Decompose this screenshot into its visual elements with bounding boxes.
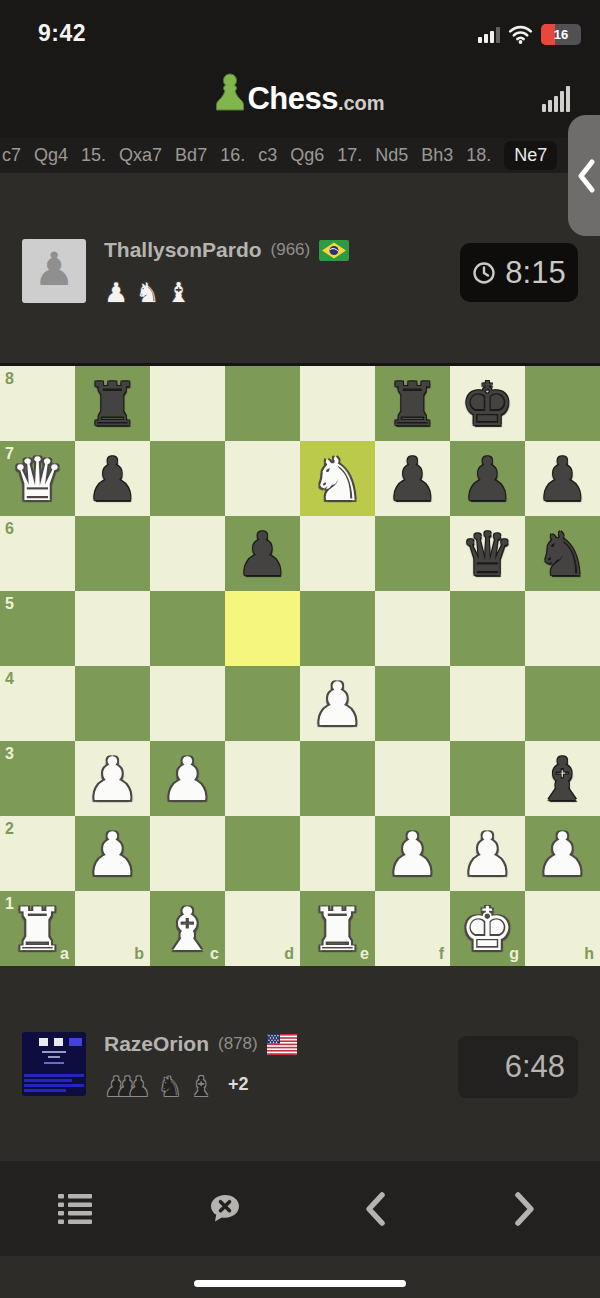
bottom-captured-pieces: ♟♟♟♞♝+2 [104,1068,249,1100]
white-pawn[interactable]: ♟ [75,816,150,891]
move-token[interactable]: 17. [337,145,362,166]
square-h4[interactable] [525,666,600,741]
top-player-name-row[interactable]: ThallysonPardo (966) [104,238,349,262]
previous-move-button[interactable] [300,1161,450,1256]
square-a8[interactable]: 8 [0,366,75,441]
captured-bishop-icon: ♝ [166,279,190,306]
move-token[interactable]: c7 [2,145,21,166]
forward-icon [513,1191,537,1227]
square-b3[interactable]: ♟ [75,741,150,816]
captured-knight-icon: ♞ [158,1073,182,1100]
brazil-flag [319,240,349,261]
move-list-button[interactable] [0,1161,150,1256]
move-list: c7Qg415.Qxa7Bd716.c3Qg617.Nd5Bh318.Ne7 [0,138,600,173]
captured-bishop-icon: ♝ [189,1073,213,1100]
logo-text-chess: Chess [247,83,338,114]
square-f3[interactable] [375,741,450,816]
square-e8[interactable] [300,366,375,441]
square-g4[interactable] [450,666,525,741]
side-panel-handle[interactable] [568,115,600,236]
chess-board[interactable]: 8♜♜♚7♛♟♞♟♟♟6♟♛♞54♟3♟♟♝2♟♟♟♟1a♜bc♝de♜fg♚h [0,366,600,966]
square-e2[interactable] [300,816,375,891]
back-icon [363,1191,387,1227]
square-g2[interactable]: ♟ [450,816,525,891]
status-time: 9:42 [38,20,86,47]
chesscom-logo: Chess .com [0,72,600,114]
bottom-clock-time: 6:48 [505,1049,565,1085]
white-rook[interactable]: ♜ [0,891,75,966]
square-h5[interactable] [525,591,600,666]
file-label-b: b [134,946,144,962]
square-b6[interactable] [75,516,150,591]
top-player-name: ThallysonPardo [104,238,262,262]
square-g3[interactable] [450,741,525,816]
file-label-f: f [439,946,444,962]
top-header-background [0,0,600,138]
white-pawn[interactable]: ♟ [450,816,525,891]
black-king[interactable]: ♚ [450,366,525,441]
square-a2[interactable]: 2 [0,816,75,891]
move-token[interactable]: Qg6 [290,145,324,166]
top-player-clock: 8:15 [460,243,578,302]
square-h2[interactable]: ♟ [525,816,600,891]
square-a4[interactable]: 4 [0,666,75,741]
square-b7[interactable]: ♟ [75,441,150,516]
rank-label-3: 3 [5,746,14,762]
chevron-left-icon [575,159,597,193]
square-a7[interactable]: 7♛ [0,441,75,516]
black-rook[interactable]: ♜ [75,366,150,441]
square-c3[interactable]: ♟ [150,741,225,816]
square-a3[interactable]: 3 [0,741,75,816]
square-e7[interactable]: ♞ [300,441,375,516]
captured-pawn-icon: ♟ [104,279,128,306]
square-h1[interactable]: h [525,891,600,966]
black-pawn[interactable]: ♟ [225,516,300,591]
white-knight[interactable]: ♞ [300,441,375,516]
square-b1[interactable]: b [75,891,150,966]
battery-icon: 16 [541,24,578,45]
square-f7[interactable]: ♟ [375,441,450,516]
home-indicator-area [0,1256,600,1298]
home-indicator[interactable] [194,1280,406,1287]
move-token[interactable]: 16. [220,145,245,166]
file-label-d: d [284,946,294,962]
top-player-rating: (966) [271,240,311,260]
black-pawn[interactable]: ♟ [450,441,525,516]
square-f2[interactable]: ♟ [375,816,450,891]
battery-percent: 16 [541,24,581,45]
black-rook[interactable]: ♜ [375,366,450,441]
top-clock-time: 8:15 [505,255,565,291]
clock-icon [472,261,496,285]
black-queen[interactable]: ♛ [450,516,525,591]
square-h7[interactable]: ♟ [525,441,600,516]
board-container: 8♜♜♚7♛♟♞♟♟♟6♟♛♞54♟3♟♟♝2♟♟♟♟1a♜bc♝de♜fg♚h [0,363,600,966]
rank-label-5: 5 [5,596,14,612]
avatar-pawn-icon: ♟ [33,246,74,292]
square-g6[interactable]: ♛ [450,516,525,591]
square-d8[interactable] [225,366,300,441]
square-d1[interactable]: d [225,891,300,966]
chat-button[interactable] [150,1161,300,1256]
rank-label-6: 6 [5,521,14,537]
square-d5[interactable] [225,591,300,666]
rank-label-2: 2 [5,821,14,837]
square-f5[interactable] [375,591,450,666]
white-pawn[interactable]: ♟ [300,666,375,741]
black-pawn[interactable]: ♟ [375,441,450,516]
white-bishop[interactable]: ♝ [150,891,225,966]
move-token[interactable]: Qxa7 [119,145,162,166]
square-h8[interactable] [525,366,600,441]
square-g8[interactable]: ♚ [450,366,525,441]
material-advantage: +2 [228,1074,249,1095]
connection-strength-icon [542,86,570,112]
square-e3[interactable] [300,741,375,816]
square-a5[interactable]: 5 [0,591,75,666]
move-token[interactable]: Qg4 [34,145,68,166]
square-f1[interactable]: f [375,891,450,966]
square-c7[interactable] [150,441,225,516]
white-pawn[interactable]: ♟ [375,816,450,891]
white-pawn[interactable]: ♟ [150,741,225,816]
move-list-icon [58,1193,92,1225]
square-e5[interactable] [300,591,375,666]
white-queen[interactable]: ♛ [0,441,75,516]
square-a1[interactable]: 1a♜ [0,891,75,966]
bottom-player-clock: 6:48 [458,1036,578,1098]
square-g5[interactable] [450,591,525,666]
chat-disabled-icon [209,1193,241,1225]
move-token[interactable]: 18. [466,145,491,166]
bottom-nav-bar [0,1161,600,1256]
white-king[interactable]: ♚ [450,891,525,966]
captured-pawn-icon: ♟ [126,1073,150,1100]
file-label-h: h [584,946,594,962]
bottom-player-name-row[interactable]: RazeOrion (878) [104,1032,297,1056]
logo-text-com: .com [338,92,385,114]
captured-knight-icon: ♞ [135,279,159,306]
green-pawn-logo-icon [215,72,245,114]
black-pawn[interactable]: ♟ [75,441,150,516]
black-pawn[interactable]: ♟ [525,441,600,516]
move-token[interactable]: 15. [81,145,106,166]
wifi-icon [508,25,533,44]
black-knight[interactable]: ♞ [525,516,600,591]
status-icons: 16 [478,24,578,45]
square-c6[interactable] [150,516,225,591]
square-b5[interactable] [75,591,150,666]
square-c4[interactable] [150,666,225,741]
square-d2[interactable] [225,816,300,891]
current-move[interactable]: Ne7 [504,141,557,170]
rank-label-8: 8 [5,371,14,387]
square-e1[interactable]: e♜ [300,891,375,966]
white-rook[interactable]: ♜ [300,891,375,966]
move-token[interactable]: c3 [258,145,277,166]
cellular-signal-icon [478,27,500,43]
black-bishop[interactable]: ♝ [525,741,600,816]
square-b8[interactable]: ♜ [75,366,150,441]
square-f4[interactable] [375,666,450,741]
square-b2[interactable]: ♟ [75,816,150,891]
usa-flag [267,1034,297,1055]
move-token[interactable]: Nd5 [375,145,408,166]
square-c1[interactable]: c♝ [150,891,225,966]
square-c2[interactable] [150,816,225,891]
bottom-player-name: RazeOrion [104,1032,209,1056]
square-f8[interactable]: ♜ [375,366,450,441]
move-token[interactable]: Bh3 [421,145,453,166]
square-h6[interactable]: ♞ [525,516,600,591]
square-e4[interactable]: ♟ [300,666,375,741]
top-captured-pieces: ♟♞♝ [104,274,198,306]
square-d6[interactable]: ♟ [225,516,300,591]
white-pawn[interactable]: ♟ [75,741,150,816]
square-h3[interactable]: ♝ [525,741,600,816]
white-pawn[interactable]: ♟ [525,816,600,891]
square-e6[interactable] [300,516,375,591]
square-d4[interactable] [225,666,300,741]
square-c5[interactable] [150,591,225,666]
square-c8[interactable] [150,366,225,441]
chess-app-screen: 9:42 16 Chess .com c7Qg415.Qxa7Bd716.c3Q… [0,0,600,1298]
top-player-avatar[interactable]: ♟ [22,239,86,303]
bottom-player-rating: (878) [218,1034,258,1054]
move-token[interactable]: Bd7 [175,145,207,166]
next-move-button[interactable] [450,1161,600,1256]
square-f6[interactable] [375,516,450,591]
bottom-player-avatar[interactable] [22,1032,86,1096]
rank-label-4: 4 [5,671,14,687]
square-b4[interactable] [75,666,150,741]
square-d7[interactable] [225,441,300,516]
square-g1[interactable]: g♚ [450,891,525,966]
square-a6[interactable]: 6 [0,516,75,591]
square-d3[interactable] [225,741,300,816]
square-g7[interactable]: ♟ [450,441,525,516]
